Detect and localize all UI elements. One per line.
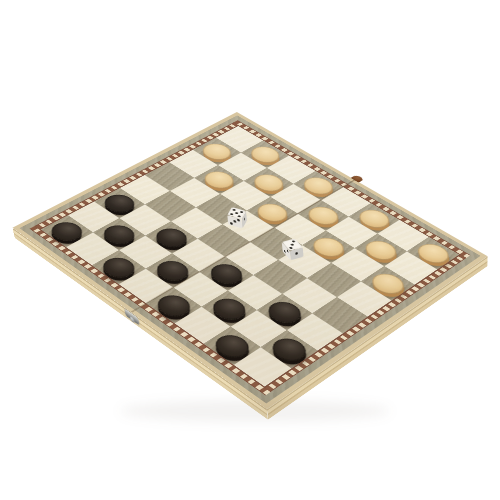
die-pip <box>230 221 233 224</box>
die-pip <box>284 249 286 253</box>
board-shadow <box>120 400 390 422</box>
die-pip <box>237 219 240 222</box>
playing-area <box>41 126 460 387</box>
game-board <box>12 112 487 409</box>
die-pip <box>292 240 296 242</box>
die-pip <box>237 215 241 217</box>
die-pip <box>230 213 234 215</box>
die-pip <box>290 244 294 246</box>
product-photo: { "scene": { "description": "Overhead pr… <box>0 0 500 500</box>
die-pip <box>232 209 236 211</box>
die-pip <box>295 252 298 255</box>
board-stage <box>65 64 435 420</box>
die-pip <box>233 220 236 223</box>
die-pip <box>240 211 244 213</box>
die-pip <box>235 212 239 214</box>
die-pip <box>244 218 245 222</box>
